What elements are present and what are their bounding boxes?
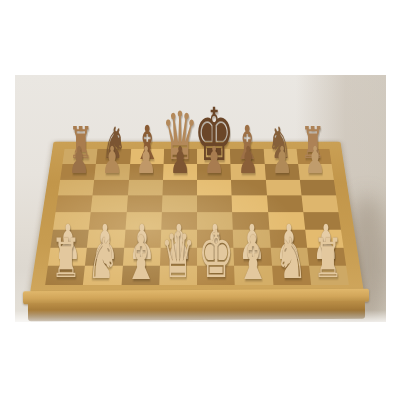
board-square-d5[interactable] <box>162 196 197 213</box>
photo-bottom-fade <box>15 310 386 322</box>
board-square-e5[interactable] <box>197 196 232 213</box>
piece-wr-h1[interactable]: ♜ <box>303 232 353 286</box>
board-square-a5[interactable] <box>56 196 93 213</box>
board-square-c5[interactable] <box>126 196 162 213</box>
piece-bp-h7[interactable]: ♟ <box>291 142 341 179</box>
board-square-g5[interactable] <box>267 196 304 213</box>
photo-canvas: ♜♞♝♛♚♝♞♜♟♟♟♟♟♟♟♟♟♟♟♟♟♟♟♟♜♞♝♛♚♝♞♜ <box>0 0 400 400</box>
board-square-h5[interactable] <box>301 196 338 213</box>
board-square-f5[interactable] <box>232 196 268 213</box>
chess-set-photo: ♜♞♝♛♚♝♞♜♟♟♟♟♟♟♟♟♟♟♟♟♟♟♟♟♜♞♝♛♚♝♞♜ <box>15 75 386 322</box>
board-square-b5[interactable] <box>91 196 128 213</box>
